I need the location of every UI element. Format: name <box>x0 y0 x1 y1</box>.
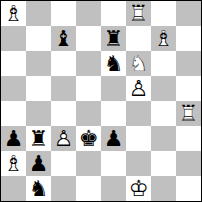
square-c7[interactable]: ♝ <box>51 26 76 51</box>
square-g7[interactable]: ♝♗ <box>151 26 176 51</box>
square-c6[interactable] <box>51 51 76 76</box>
square-d2[interactable] <box>76 151 101 176</box>
square-a5[interactable] <box>1 76 26 101</box>
white-pawn-icon: ♟♙ <box>126 76 151 101</box>
square-h2[interactable] <box>176 151 201 176</box>
square-d5[interactable] <box>76 76 101 101</box>
black-rook-icon: ♜ <box>26 126 51 151</box>
white-knight-icon: ♞♘ <box>126 51 151 76</box>
black-king-icon: ♚ <box>76 126 101 151</box>
square-g6[interactable] <box>151 51 176 76</box>
square-b6[interactable] <box>26 51 51 76</box>
square-d4[interactable] <box>76 101 101 126</box>
square-h3[interactable] <box>176 126 201 151</box>
square-b5[interactable] <box>26 76 51 101</box>
white-bishop-icon: ♝♗ <box>1 1 26 26</box>
square-h5[interactable] <box>176 76 201 101</box>
white-king-icon: ♚♔ <box>126 176 151 201</box>
black-knight-icon: ♞ <box>101 51 126 76</box>
square-b3[interactable]: ♜ <box>26 126 51 151</box>
square-e3[interactable]: ♟ <box>101 126 126 151</box>
square-c2[interactable] <box>51 151 76 176</box>
square-f8[interactable]: ♜♖ <box>126 1 151 26</box>
square-f7[interactable] <box>126 26 151 51</box>
square-c1[interactable] <box>51 176 76 201</box>
square-b8[interactable] <box>26 1 51 26</box>
square-h8[interactable] <box>176 1 201 26</box>
square-e8[interactable] <box>101 1 126 26</box>
square-e6[interactable]: ♞ <box>101 51 126 76</box>
white-rook-icon: ♜♖ <box>176 101 201 126</box>
square-h4[interactable]: ♜♖ <box>176 101 201 126</box>
square-b7[interactable] <box>26 26 51 51</box>
square-e7[interactable]: ♜ <box>101 26 126 51</box>
square-c8[interactable] <box>51 1 76 26</box>
square-g1[interactable] <box>151 176 176 201</box>
square-b4[interactable] <box>26 101 51 126</box>
square-d8[interactable] <box>76 1 101 26</box>
square-g5[interactable] <box>151 76 176 101</box>
square-e1[interactable] <box>101 176 126 201</box>
square-c4[interactable] <box>51 101 76 126</box>
square-a8[interactable]: ♝♗ <box>1 1 26 26</box>
square-e5[interactable] <box>101 76 126 101</box>
square-f3[interactable] <box>126 126 151 151</box>
square-a6[interactable] <box>1 51 26 76</box>
white-bishop-icon: ♝♗ <box>151 26 176 51</box>
square-f6[interactable]: ♞♘ <box>126 51 151 76</box>
black-bishop-icon: ♝ <box>51 26 76 51</box>
black-knight-icon: ♞ <box>26 176 51 201</box>
square-a7[interactable] <box>1 26 26 51</box>
square-h1[interactable] <box>176 176 201 201</box>
square-c3[interactable]: ♟♙ <box>51 126 76 151</box>
square-b1[interactable]: ♞ <box>26 176 51 201</box>
square-d3[interactable]: ♚ <box>76 126 101 151</box>
square-b2[interactable]: ♟ <box>26 151 51 176</box>
square-f4[interactable] <box>126 101 151 126</box>
white-bishop-icon: ♝♗ <box>1 151 26 176</box>
chess-board: ♝♗♜♖♝♜♝♗♞♞♘♟♙♜♖♟♜♟♙♚♟♝♗♟♞♚♔ <box>0 0 202 202</box>
square-a2[interactable]: ♝♗ <box>1 151 26 176</box>
square-d1[interactable] <box>76 176 101 201</box>
square-h6[interactable] <box>176 51 201 76</box>
square-f1[interactable]: ♚♔ <box>126 176 151 201</box>
square-g8[interactable] <box>151 1 176 26</box>
square-g4[interactable] <box>151 101 176 126</box>
black-pawn-icon: ♟ <box>1 126 26 151</box>
square-a3[interactable]: ♟ <box>1 126 26 151</box>
black-pawn-icon: ♟ <box>26 151 51 176</box>
white-rook-icon: ♜♖ <box>126 1 151 26</box>
square-a4[interactable] <box>1 101 26 126</box>
white-pawn-icon: ♟♙ <box>51 126 76 151</box>
square-g3[interactable] <box>151 126 176 151</box>
square-e4[interactable] <box>101 101 126 126</box>
square-f5[interactable]: ♟♙ <box>126 76 151 101</box>
square-e2[interactable] <box>101 151 126 176</box>
square-d7[interactable] <box>76 26 101 51</box>
black-rook-icon: ♜ <box>101 26 126 51</box>
square-c5[interactable] <box>51 76 76 101</box>
square-g2[interactable] <box>151 151 176 176</box>
square-a1[interactable] <box>1 176 26 201</box>
black-pawn-icon: ♟ <box>101 126 126 151</box>
square-f2[interactable] <box>126 151 151 176</box>
square-h7[interactable] <box>176 26 201 51</box>
square-d6[interactable] <box>76 51 101 76</box>
